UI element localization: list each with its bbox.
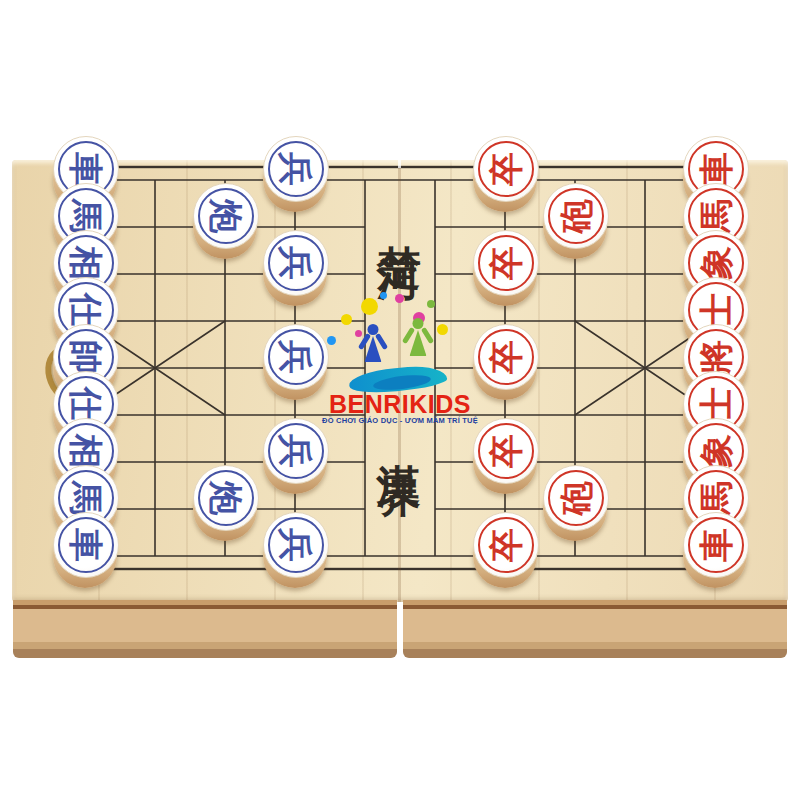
logo-dot bbox=[395, 294, 404, 303]
piece-face: 卒 bbox=[473, 324, 539, 390]
piece-character: 士 bbox=[699, 293, 733, 327]
piece-face: 炮 bbox=[193, 183, 259, 249]
logo-dot bbox=[427, 300, 435, 308]
piece-face: 兵 bbox=[263, 324, 329, 390]
piece-character: 卒 bbox=[489, 340, 523, 374]
xiangqi-piece-blue-車[interactable]: 車 bbox=[53, 512, 117, 590]
logo-dot bbox=[341, 314, 352, 325]
logo-dot bbox=[355, 330, 362, 337]
xiangqi-piece-blue-炮[interactable]: 炮 bbox=[193, 183, 257, 261]
piece-character: 象 bbox=[699, 246, 733, 280]
piece-character: 炮 bbox=[209, 481, 243, 515]
piece-face: 卒 bbox=[473, 136, 539, 202]
piece-character: 相 bbox=[69, 246, 103, 280]
logo-person-blue bbox=[363, 324, 383, 364]
piece-face: 車 bbox=[53, 512, 119, 578]
piece-face: 兵 bbox=[263, 136, 329, 202]
piece-face: 車 bbox=[683, 512, 749, 578]
piece-character: 砲 bbox=[559, 481, 593, 515]
river-label-han-jie: 漢界 bbox=[377, 428, 421, 452]
piece-character: 車 bbox=[69, 528, 103, 562]
piece-character: 炮 bbox=[209, 199, 243, 233]
piece-character: 兵 bbox=[279, 434, 313, 468]
xiangqi-piece-red-卒[interactable]: 卒 bbox=[473, 136, 537, 214]
xiangqi-piece-red-車[interactable]: 車 bbox=[683, 512, 747, 590]
xiangqi-piece-blue-兵[interactable]: 兵 bbox=[263, 418, 327, 496]
piece-character: 卒 bbox=[489, 528, 523, 562]
piece-character: 仕 bbox=[69, 387, 103, 421]
piece-character: 車 bbox=[69, 152, 103, 186]
piece-face: 卒 bbox=[473, 512, 539, 578]
xiangqi-piece-red-卒[interactable]: 卒 bbox=[473, 230, 537, 308]
logo-person-green bbox=[407, 318, 429, 364]
piece-character: 卒 bbox=[489, 152, 523, 186]
piece-character: 兵 bbox=[279, 152, 313, 186]
piece-face: 砲 bbox=[543, 465, 609, 531]
xiangqi-piece-red-砲[interactable]: 砲 bbox=[543, 465, 607, 543]
logo-dot bbox=[361, 298, 378, 315]
piece-character: 卒 bbox=[489, 434, 523, 468]
piece-face: 砲 bbox=[543, 183, 609, 249]
xiangqi-piece-blue-兵[interactable]: 兵 bbox=[263, 136, 327, 214]
piece-character: 相 bbox=[69, 434, 103, 468]
xiangqi-piece-red-卒[interactable]: 卒 bbox=[473, 418, 537, 496]
piece-character: 將 bbox=[699, 340, 733, 374]
xiangqi-piece-red-卒[interactable]: 卒 bbox=[473, 512, 537, 590]
river-label-chu-he: 楚河 bbox=[377, 210, 421, 234]
xiangqi-piece-red-砲[interactable]: 砲 bbox=[543, 183, 607, 261]
piece-face: 炮 bbox=[193, 465, 259, 531]
piece-face: 兵 bbox=[263, 418, 329, 484]
piece-character: 士 bbox=[699, 387, 733, 421]
piece-character: 兵 bbox=[279, 340, 313, 374]
piece-character: 車 bbox=[699, 528, 733, 562]
piece-character: 馬 bbox=[69, 199, 103, 233]
piece-face: 兵 bbox=[263, 230, 329, 296]
logo-dot bbox=[380, 292, 387, 299]
brand-name: BENRIKIDS bbox=[317, 390, 483, 419]
piece-character: 兵 bbox=[279, 246, 313, 280]
piece-character: 馬 bbox=[69, 481, 103, 515]
xiangqi-piece-blue-兵[interactable]: 兵 bbox=[263, 230, 327, 308]
piece-face: 卒 bbox=[473, 230, 539, 296]
piece-character: 象 bbox=[699, 434, 733, 468]
piece-character: 仕 bbox=[69, 293, 103, 327]
piece-character: 砲 bbox=[559, 199, 593, 233]
piece-character: 帥 bbox=[69, 340, 103, 374]
piece-face: 兵 bbox=[263, 512, 329, 578]
brand-tagline: ĐỒ CHƠI GIÁO DỤC - ƯƠM MẦM TRÍ TUỆ bbox=[315, 416, 485, 425]
piece-character: 車 bbox=[699, 152, 733, 186]
piece-character: 馬 bbox=[699, 199, 733, 233]
piece-face: 卒 bbox=[473, 418, 539, 484]
xiangqi-piece-blue-兵[interactable]: 兵 bbox=[263, 512, 327, 590]
piece-character: 兵 bbox=[279, 528, 313, 562]
logo-dot bbox=[437, 324, 448, 335]
logo-dot bbox=[327, 336, 336, 345]
benrikids-watermark: BENRIKIDS ĐỒ CHƠI GIÁO DỤC - ƯƠM MẦM TRÍ… bbox=[325, 292, 475, 420]
piece-character: 卒 bbox=[489, 246, 523, 280]
xiangqi-piece-blue-炮[interactable]: 炮 bbox=[193, 465, 257, 543]
piece-character: 馬 bbox=[699, 481, 733, 515]
